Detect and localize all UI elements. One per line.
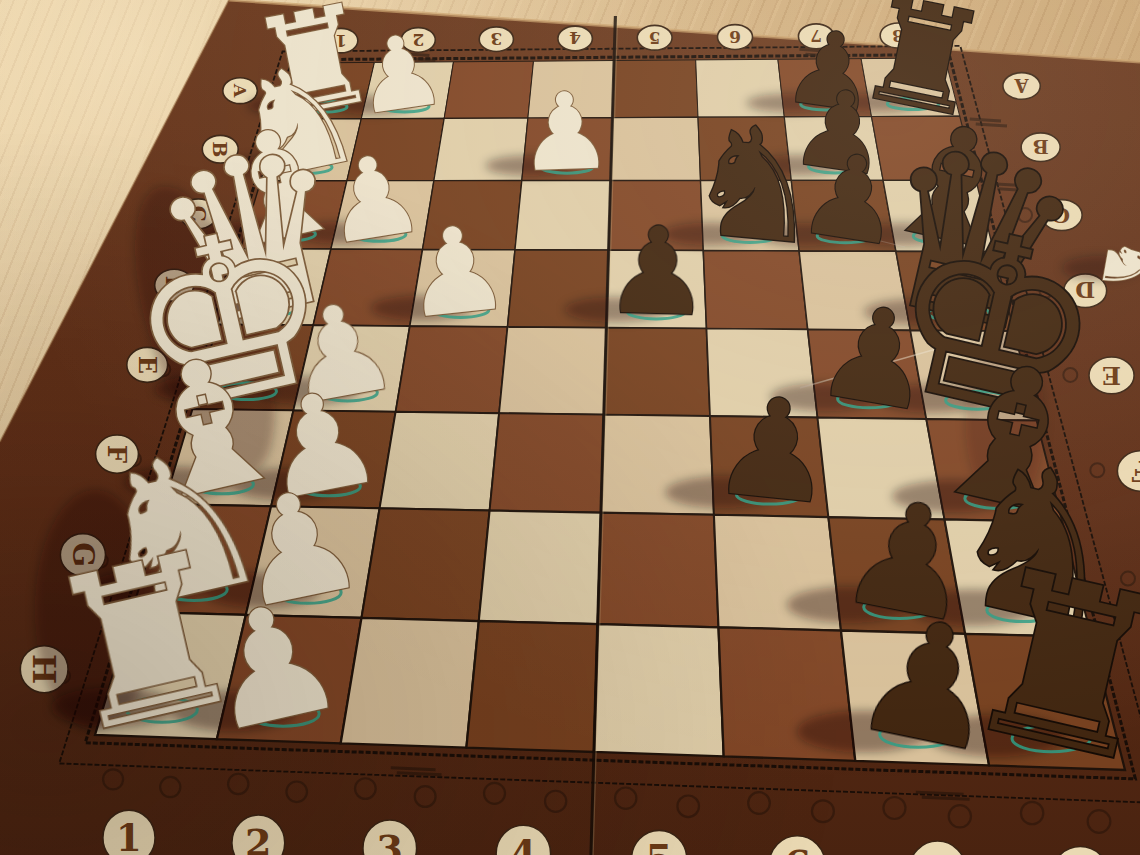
svg-text:A: A	[1014, 75, 1030, 96]
square-e4[interactable]	[499, 327, 606, 415]
svg-text:6: 6	[729, 27, 741, 47]
square-h4[interactable]	[466, 621, 597, 752]
label-top-4: 4	[558, 26, 593, 51]
svg-text:3: 3	[490, 29, 502, 49]
piece-wP-a2[interactable]: ♟	[347, 10, 452, 138]
label-top-3: 3	[479, 27, 513, 52]
square-g5[interactable]	[598, 513, 719, 628]
label-top-5: 5	[637, 25, 672, 50]
svg-text:5: 5	[649, 28, 661, 48]
svg-text:4: 4	[569, 28, 581, 48]
piece-glyph: ♟	[705, 365, 844, 536]
square-a5[interactable]	[613, 60, 699, 118]
square-f4[interactable]	[490, 413, 604, 512]
piece-glyph: ♟	[516, 69, 615, 195]
square-f3[interactable]	[380, 412, 500, 511]
piece-glyph: ♟	[396, 197, 515, 345]
svg-text:5: 5	[646, 836, 673, 855]
piece-wP-b4[interactable]: ♟	[516, 69, 615, 195]
piece-bP-f6[interactable]: ♟	[705, 365, 844, 536]
svg-text:1: 1	[116, 816, 142, 855]
table-surface: 1234567812345678ABCDEFGHABCDEFGH♜♟♟♜♞♟♟♝…	[0, 0, 1140, 855]
svg-text:3: 3	[377, 826, 403, 855]
svg-text:7: 7	[924, 847, 951, 855]
label-right-A: A	[1003, 73, 1040, 100]
square-h5[interactable]	[594, 624, 724, 756]
label-top-6: 6	[717, 25, 752, 50]
svg-text:2: 2	[245, 820, 271, 855]
piece-glyph: ♟	[347, 10, 452, 138]
svg-text:6: 6	[784, 842, 811, 855]
square-g3[interactable]	[362, 508, 490, 621]
square-g4[interactable]	[479, 511, 601, 625]
piece-bP-d5[interactable]: ♟	[602, 201, 713, 343]
piece-glyph: ♟	[602, 201, 713, 343]
chessboard[interactable]: 1234567812345678ABCDEFGHABCDEFGH♜♟♟♜♞♟♟♝…	[0, 0, 1140, 855]
svg-text:4: 4	[510, 831, 536, 855]
piece-wP-d3[interactable]: ♟	[396, 197, 515, 345]
square-h3[interactable]	[341, 618, 479, 748]
